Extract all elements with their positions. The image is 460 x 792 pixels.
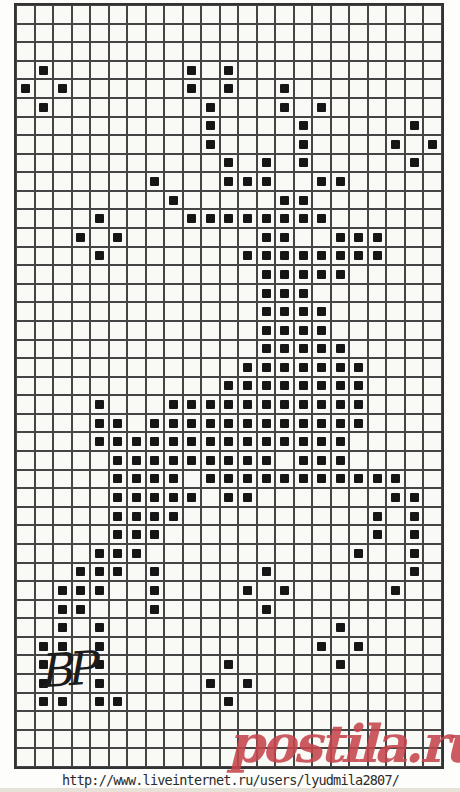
grid-cell [349,618,368,637]
grid-cell [238,395,257,414]
grid-cell [386,24,405,43]
filled-stitch [243,419,252,428]
filled-stitch [95,697,104,706]
filled-stitch [336,400,345,409]
grid-cell [201,748,220,767]
grid-cell [146,618,165,637]
grid-cell [331,98,350,117]
grid-cell [368,693,387,712]
grid-cell [386,655,405,674]
grid-cell [331,637,350,656]
grid-cell [201,154,220,173]
grid-cell [275,117,294,136]
grid-cell [257,711,276,730]
grid-cell [386,414,405,433]
grid-cell [164,507,183,526]
grid-cell [238,265,257,284]
grid-cell [238,655,257,674]
filled-stitch [169,474,178,483]
grid-cell [16,581,35,600]
filled-stitch [95,214,104,223]
grid-cell [201,117,220,136]
grid-cell [220,432,239,451]
grid-cell [90,340,109,359]
grid-cell [368,525,387,544]
filled-stitch [336,270,345,279]
grid-cell [257,377,276,396]
grid-cell [90,228,109,247]
grid-cell [72,544,91,563]
grid-cell [331,228,350,247]
filled-stitch [299,251,308,260]
grid-cell [386,730,405,749]
filled-stitch [317,270,326,279]
filled-stitch [280,419,289,428]
grid-cell [146,525,165,544]
grid-cell [201,79,220,98]
grid-cell [164,247,183,266]
filled-stitch [39,679,48,688]
grid-cell [294,581,313,600]
grid-cell [368,265,387,284]
grid-cell [312,135,331,154]
filled-stitch [262,270,271,279]
filled-stitch [336,437,345,446]
grid-cell [53,42,72,61]
grid-cell [127,42,146,61]
grid-cell [423,302,442,321]
grid-cell [90,154,109,173]
grid-cell [16,135,35,154]
grid-cell [257,544,276,563]
grid-cell [349,432,368,451]
grid-cell [16,340,35,359]
filled-stitch [262,307,271,316]
filled-stitch [76,586,85,595]
filled-stitch [169,512,178,521]
grid-cell [16,265,35,284]
grid-cell [257,117,276,136]
grid-cell [294,544,313,563]
grid-cell [183,98,202,117]
grid-cell [257,414,276,433]
grid-cell [423,600,442,619]
grid-cell [386,154,405,173]
grid-cell [146,395,165,414]
grid-cell [146,209,165,228]
grid-cell [275,618,294,637]
grid-cell [164,693,183,712]
filled-stitch [58,605,67,614]
grid-cell [16,525,35,544]
filled-stitch [169,493,178,502]
filled-stitch [224,697,233,706]
grid-cell [164,5,183,24]
grid-cell [386,488,405,507]
filled-stitch [224,493,233,502]
filled-stitch [150,456,159,465]
grid-cell [294,674,313,693]
grid-cell [405,228,424,247]
grid-cell [312,470,331,489]
grid-cell [16,284,35,303]
grid-cell [201,581,220,600]
filled-stitch [95,437,104,446]
grid-cell [331,117,350,136]
filled-stitch [113,456,122,465]
filled-stitch [262,437,271,446]
grid-cell [201,247,220,266]
filled-stitch [262,419,271,428]
grid-cell [386,98,405,117]
grid-cell [368,674,387,693]
grid-cell [257,302,276,321]
grid-cell [90,209,109,228]
grid-cell [201,488,220,507]
grid-cell [275,284,294,303]
grid-cell [164,284,183,303]
grid-cell [35,600,54,619]
grid-cell [164,340,183,359]
grid-cell [127,711,146,730]
grid-cell [109,79,128,98]
grid-cell [90,247,109,266]
filled-stitch [280,289,289,298]
grid-cell [331,395,350,414]
filled-stitch [113,567,122,576]
filled-stitch [187,400,196,409]
filled-stitch [169,437,178,446]
filled-stitch [132,456,141,465]
grid-cell [53,24,72,43]
grid-cell [257,693,276,712]
grid-cell [16,358,35,377]
grid-cell [386,265,405,284]
grid-cell [220,563,239,582]
grid-cell [16,470,35,489]
grid-cell [164,637,183,656]
grid-cell [72,24,91,43]
grid-cell [16,618,35,637]
grid-cell [349,42,368,61]
grid-cell [386,581,405,600]
grid-cell [53,172,72,191]
grid-cell [275,693,294,712]
filled-stitch [76,233,85,242]
grid-cell [201,358,220,377]
grid-cell [312,61,331,80]
filled-stitch [354,400,363,409]
filled-stitch [262,233,271,242]
filled-stitch [224,66,233,75]
grid-cell [275,507,294,526]
grid-cell [349,358,368,377]
filled-stitch [206,140,215,149]
grid-cell [146,302,165,321]
filled-stitch [299,363,308,372]
grid-cell [349,395,368,414]
grid-cell [164,451,183,470]
grid-cell [405,247,424,266]
grid-cell [349,172,368,191]
grid-cell [312,748,331,767]
grid-cell [53,600,72,619]
grid-cell [220,637,239,656]
grid-cell [331,600,350,619]
grid-cell [109,135,128,154]
grid-cell [312,618,331,637]
grid-cell [386,674,405,693]
grid-cell [423,748,442,767]
grid-cell [294,563,313,582]
grid-cell [312,693,331,712]
grid-cell [127,488,146,507]
grid-cell [294,135,313,154]
grid-cell [349,209,368,228]
grid-cell [35,432,54,451]
grid-cell [35,358,54,377]
grid-cell [201,209,220,228]
grid-cell [275,525,294,544]
grid-cell [368,563,387,582]
grid-cell [220,414,239,433]
grid-cell [90,637,109,656]
grid-cell [35,172,54,191]
grid-cell [238,581,257,600]
grid-cell [405,414,424,433]
grid-cell [238,321,257,340]
grid-cell [183,674,202,693]
grid-cell [386,284,405,303]
grid-cell [201,98,220,117]
grid-cell [146,693,165,712]
grid-cell [331,24,350,43]
grid-cell [201,228,220,247]
grid-cell [405,154,424,173]
grid-cell [53,674,72,693]
grid-cell [127,98,146,117]
grid-cell [53,209,72,228]
filled-stitch [354,474,363,483]
grid-cell [294,377,313,396]
grid-cell [183,655,202,674]
grid-cell [220,172,239,191]
grid-cell [386,377,405,396]
filled-stitch [336,456,345,465]
grid-cell [312,340,331,359]
filled-stitch [206,103,215,112]
grid-cell [183,42,202,61]
grid-cell [201,655,220,674]
grid-cell [72,172,91,191]
grid-cell [349,693,368,712]
grid-cell [312,674,331,693]
grid-cell [349,154,368,173]
filled-stitch [280,307,289,316]
grid-cell [201,618,220,637]
grid-cell [72,358,91,377]
grid-cell [386,209,405,228]
filled-stitch [243,679,252,688]
grid-cell [405,507,424,526]
grid-cell [294,358,313,377]
grid-cell [220,61,239,80]
grid-cell [423,191,442,210]
grid-cell [349,674,368,693]
grid-cell [368,544,387,563]
filled-stitch [299,437,308,446]
grid-cell [312,488,331,507]
grid-cell [238,284,257,303]
grid-cell [90,544,109,563]
grid-cell [220,507,239,526]
grid-cell [146,358,165,377]
grid-cell [183,209,202,228]
grid-cell [127,748,146,767]
grid-cell [53,655,72,674]
grid-cell [183,507,202,526]
grid-cell [127,563,146,582]
filled-stitch [262,400,271,409]
filled-stitch [95,623,104,632]
grid-cell [109,42,128,61]
filled-stitch [317,103,326,112]
grid-cell [405,321,424,340]
grid-cell [368,340,387,359]
grid-cell [405,265,424,284]
grid-cell [201,451,220,470]
filled-stitch [224,456,233,465]
grid-cell [312,507,331,526]
filled-stitch [206,437,215,446]
grid-cell [312,98,331,117]
grid-cell [53,154,72,173]
grid-cell [257,748,276,767]
filled-stitch [299,121,308,130]
grid-cell [257,507,276,526]
grid-cell [127,265,146,284]
filled-stitch [280,214,289,223]
grid-cell [294,209,313,228]
grid-cell [90,451,109,470]
filled-stitch [224,177,233,186]
grid-cell [109,191,128,210]
grid-cell [164,154,183,173]
filled-stitch [206,679,215,688]
grid-cell [35,674,54,693]
grid-cell [220,748,239,767]
grid-cell [368,117,387,136]
grid-cell [53,544,72,563]
filled-stitch [132,437,141,446]
grid-cell [35,284,54,303]
grid-cell [331,42,350,61]
grid-cell [257,5,276,24]
grid-cell [294,5,313,24]
grid-cell [183,470,202,489]
grid-cell [72,748,91,767]
grid-cell [220,5,239,24]
grid-cell [294,748,313,767]
grid-cell [35,228,54,247]
grid-cell [127,5,146,24]
grid-cell [405,24,424,43]
filled-stitch [317,363,326,372]
grid-cell [164,98,183,117]
grid-cell [220,693,239,712]
filled-stitch [58,84,67,93]
filled-stitch [95,549,104,558]
filled-stitch [280,251,289,260]
grid-cell [72,302,91,321]
filled-stitch [206,400,215,409]
filled-stitch [299,214,308,223]
grid-cell [386,711,405,730]
grid-cell [312,321,331,340]
filled-stitch [206,121,215,130]
grid-cell [220,321,239,340]
filled-stitch [262,326,271,335]
grid-cell [368,711,387,730]
grid-cell [109,117,128,136]
grid-cell [275,5,294,24]
grid-cell [35,488,54,507]
grid-cell [220,488,239,507]
grid-cell [257,358,276,377]
grid-cell [109,377,128,396]
filled-stitch [317,326,326,335]
grid-cell [109,154,128,173]
grid-cell [220,302,239,321]
grid-cell [201,284,220,303]
grid-cell [294,61,313,80]
filled-stitch [280,474,289,483]
grid-cell [109,507,128,526]
grid-cell [257,209,276,228]
filled-stitch [224,419,233,428]
grid-cell [331,711,350,730]
grid-cell [146,377,165,396]
grid-cell [257,451,276,470]
grid-cell [220,525,239,544]
grid-cell [72,117,91,136]
filled-stitch [354,363,363,372]
grid-cell [90,358,109,377]
grid-cell [368,618,387,637]
grid-cell [201,265,220,284]
grid-cell [109,414,128,433]
grid-cell [331,154,350,173]
grid-cell [53,284,72,303]
filled-stitch [280,84,289,93]
grid-cell [164,228,183,247]
grid-cell [90,191,109,210]
grid-cell [275,748,294,767]
grid-cell [164,265,183,284]
grid-cell [53,563,72,582]
grid-cell [109,209,128,228]
grid-cell [146,61,165,80]
grid-cell [423,42,442,61]
grid-cell [16,191,35,210]
filled-stitch [373,251,382,260]
filled-stitch [58,642,67,651]
filled-stitch [299,381,308,390]
grid-cell [53,507,72,526]
grid-cell [90,488,109,507]
filled-stitch [299,400,308,409]
grid-cell [16,61,35,80]
